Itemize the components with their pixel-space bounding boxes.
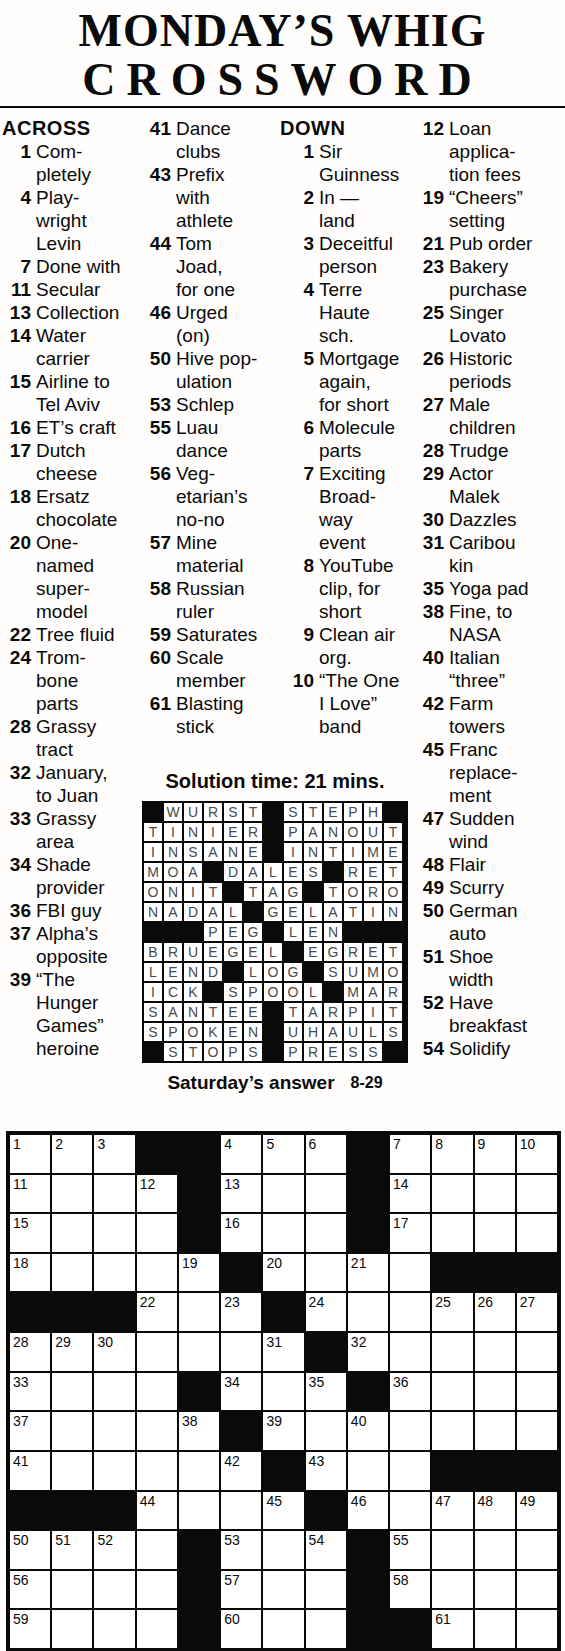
cell-r5c11[interactable]: 25 xyxy=(431,1292,473,1332)
cell-r1c7[interactable]: 5 xyxy=(262,1134,304,1174)
down-clue-42-text: Farm towers xyxy=(449,692,505,738)
cell-r1c4 xyxy=(136,1134,178,1174)
solution-cell-r7c13 xyxy=(384,923,402,941)
solution-cell-r3c13: E xyxy=(384,843,402,861)
solution-cell-r8c2: R xyxy=(164,943,182,961)
cell-r5c13[interactable]: 27 xyxy=(516,1292,558,1332)
across-clue-18-text: Ersatz chocolate xyxy=(36,485,117,531)
across-clue-60-number: 60 xyxy=(140,646,176,692)
solution-cell-r3c6: E xyxy=(244,843,262,861)
down-clue-23: 23Bakery purchase xyxy=(412,255,564,301)
cell-r2c12[interactable] xyxy=(474,1174,516,1214)
down-clue-52-text: Have breakfast xyxy=(449,991,527,1037)
cell-r11c7[interactable] xyxy=(262,1530,304,1570)
across-clue-7: 7Done with xyxy=(2,255,136,278)
down-clue-10-text: “The One I Love” band xyxy=(319,669,399,738)
cell-r7c11[interactable] xyxy=(431,1372,473,1412)
across-clue-41-number: 41 xyxy=(140,117,176,163)
answer-date: 8-29 xyxy=(351,1074,383,1091)
across-clue-28-number: 28 xyxy=(2,715,36,761)
cell-r6c9[interactable]: 32 xyxy=(347,1332,389,1372)
solution-cell-r10c4 xyxy=(204,983,222,1001)
cell-r6c12[interactable] xyxy=(474,1332,516,1372)
across-clue-14-number: 14 xyxy=(2,324,36,370)
solution-cell-r1c10: E xyxy=(324,803,342,821)
down-clue-1-text: Sir Guinness xyxy=(319,140,399,186)
cell-r4c10[interactable] xyxy=(389,1253,431,1293)
cell-r8c7[interactable]: 39 xyxy=(262,1411,304,1451)
across-clue-53-text: Schlep xyxy=(176,393,234,416)
across-clue-46: 46Urged (on) xyxy=(140,301,270,347)
cell-r7c7[interactable] xyxy=(262,1372,304,1412)
cell-r10c13[interactable]: 49 xyxy=(516,1491,558,1531)
cell-r11c6[interactable]: 53 xyxy=(220,1530,262,1570)
solution-cell-r2c6: R xyxy=(244,823,262,841)
across-clue-56-text: Veg- etarian’s no-no xyxy=(176,462,247,531)
cell-r4c6 xyxy=(220,1253,262,1293)
cell-r11c13[interactable] xyxy=(516,1530,558,1570)
cell-r11c9 xyxy=(347,1530,389,1570)
cell-r1c1[interactable]: 1 xyxy=(9,1134,51,1174)
cell-number-39: 39 xyxy=(266,1413,282,1429)
across-clue-36-number: 36 xyxy=(2,899,36,922)
across-clue-59: 59Saturates xyxy=(140,623,270,646)
solution-cell-r5c5 xyxy=(224,883,242,901)
cell-r12c5 xyxy=(178,1570,220,1610)
cell-r4c1[interactable]: 18 xyxy=(9,1253,51,1293)
across-clue-4-text: Play- wright Levin xyxy=(36,186,87,255)
cell-r10c4[interactable]: 44 xyxy=(136,1491,178,1531)
across-clue-37-number: 37 xyxy=(2,922,36,968)
cell-r8c8[interactable] xyxy=(305,1411,347,1451)
cell-r2c8[interactable] xyxy=(305,1174,347,1214)
cell-r8c3[interactable] xyxy=(93,1411,135,1451)
cell-number-5: 5 xyxy=(266,1136,274,1152)
cell-r10c2 xyxy=(51,1491,93,1531)
across-clue-18: 18Ersatz chocolate xyxy=(2,485,136,531)
cell-r11c10[interactable]: 55 xyxy=(389,1530,431,1570)
cell-r12c7[interactable] xyxy=(262,1570,304,1610)
cell-number-2: 2 xyxy=(55,1136,63,1152)
solution-cell-r5c10: T xyxy=(324,883,342,901)
cell-number-28: 28 xyxy=(13,1334,29,1350)
cell-r12c4[interactable] xyxy=(136,1570,178,1610)
cell-r10c3 xyxy=(93,1491,135,1531)
solution-cell-r6c13: N xyxy=(384,903,402,921)
cell-r8c10[interactable] xyxy=(389,1411,431,1451)
cell-number-55: 55 xyxy=(393,1532,409,1548)
solution-cell-r13c13 xyxy=(384,1043,402,1061)
solution-cell-r9c1: L xyxy=(144,963,162,981)
cell-r3c4[interactable] xyxy=(136,1213,178,1253)
solution-cell-r1c4: R xyxy=(204,803,222,821)
cell-r9c6[interactable]: 42 xyxy=(220,1451,262,1491)
cell-r6c4[interactable] xyxy=(136,1332,178,1372)
cell-r9c8[interactable]: 43 xyxy=(305,1451,347,1491)
cell-r12c6[interactable]: 57 xyxy=(220,1570,262,1610)
solution-cell-r3c1: I xyxy=(144,843,162,861)
cell-r6c3[interactable]: 30 xyxy=(93,1332,135,1372)
cell-r7c12[interactable] xyxy=(474,1372,516,1412)
cell-r8c2[interactable] xyxy=(51,1411,93,1451)
across-clue-43: 43Prefix with athlete xyxy=(140,163,270,232)
cell-number-14: 14 xyxy=(393,1176,409,1192)
solution-cell-r1c12: H xyxy=(364,803,382,821)
across-clue-56-number: 56 xyxy=(140,462,176,531)
solution-cell-r11c11: P xyxy=(344,1003,362,1021)
cell-r4c4[interactable] xyxy=(136,1253,178,1293)
cell-r2c11[interactable] xyxy=(431,1174,473,1214)
cell-r10c11[interactable]: 47 xyxy=(431,1491,473,1531)
down-clue-38-number: 38 xyxy=(412,600,449,646)
solution-cell-r1c7 xyxy=(264,803,282,821)
cell-r13c13[interactable] xyxy=(516,1609,558,1649)
cell-r13c3[interactable] xyxy=(93,1609,135,1649)
cell-r9c4[interactable] xyxy=(136,1451,178,1491)
cell-r12c1[interactable]: 56 xyxy=(9,1570,51,1610)
cell-r4c5[interactable]: 19 xyxy=(178,1253,220,1293)
down-clue-2-number: 2 xyxy=(280,186,319,232)
solution-cell-r11c3: N xyxy=(184,1003,202,1021)
cell-r10c1 xyxy=(9,1491,51,1531)
cell-r11c12[interactable] xyxy=(474,1530,516,1570)
cell-r7c1[interactable]: 33 xyxy=(9,1372,51,1412)
cell-r8c13[interactable] xyxy=(516,1411,558,1451)
solution-cell-r10c6: P xyxy=(244,983,262,1001)
solution-cell-r6c9: L xyxy=(304,903,322,921)
cell-r8c12[interactable] xyxy=(474,1411,516,1451)
solution-cell-r13c7 xyxy=(264,1043,282,1061)
solution-cell-r11c6: E xyxy=(244,1003,262,1021)
across-clue-36-text: FBI guy xyxy=(36,899,101,922)
cell-r13c10 xyxy=(389,1609,431,1649)
cell-r3c12[interactable] xyxy=(474,1213,516,1253)
cell-r6c1[interactable]: 28 xyxy=(9,1332,51,1372)
across-clue-44-text: Tom Joad, for one xyxy=(176,232,235,301)
cell-r6c7[interactable]: 31 xyxy=(262,1332,304,1372)
cell-r9c13 xyxy=(516,1451,558,1491)
cell-r6c13[interactable] xyxy=(516,1332,558,1372)
solution-cell-r7c2 xyxy=(164,923,182,941)
solution-cell-r4c6: A xyxy=(244,863,262,881)
cell-r9c12 xyxy=(474,1451,516,1491)
across-clue-61-text: Blasting stick xyxy=(176,692,244,738)
cell-r10c12[interactable]: 48 xyxy=(474,1491,516,1531)
across-header: ACROSS xyxy=(2,117,136,140)
cell-r9c3[interactable] xyxy=(93,1451,135,1491)
cell-r1c8[interactable]: 6 xyxy=(305,1134,347,1174)
cell-r10c6[interactable] xyxy=(220,1491,262,1531)
cell-r13c12[interactable] xyxy=(474,1609,516,1649)
solution-cell-r6c2: A xyxy=(164,903,182,921)
cell-number-59: 59 xyxy=(13,1611,29,1627)
cell-r7c2[interactable] xyxy=(51,1372,93,1412)
cell-r12c8[interactable] xyxy=(305,1570,347,1610)
solution-cell-r12c9: H xyxy=(304,1023,322,1041)
cell-r2c6[interactable]: 13 xyxy=(220,1174,262,1214)
cell-r5c7 xyxy=(262,1292,304,1332)
cell-r13c2[interactable] xyxy=(51,1609,93,1649)
cell-number-57: 57 xyxy=(224,1572,240,1588)
across-clue-34: 34Shade provider xyxy=(2,853,136,899)
down-clue-12: 12Loan applica- tion fees xyxy=(412,117,564,186)
cell-r5c8[interactable]: 24 xyxy=(305,1292,347,1332)
solution-cell-r5c6: T xyxy=(244,883,262,901)
down-clue-31: 31Caribou kin xyxy=(412,531,564,577)
down-clue-47-text: Sudden wind xyxy=(449,807,515,853)
cell-r9c7 xyxy=(262,1451,304,1491)
cell-r8c11[interactable] xyxy=(431,1411,473,1451)
solution-cell-r12c5: E xyxy=(224,1023,242,1041)
solution-cell-r8c8 xyxy=(284,943,302,961)
cell-r10c7[interactable]: 45 xyxy=(262,1491,304,1531)
cell-r4c2[interactable] xyxy=(51,1253,93,1293)
cell-r6c11[interactable] xyxy=(431,1332,473,1372)
saturday-answer-grid: WURSTSTEPHTINIERPANOUTINSANEINTIMEMOADAL… xyxy=(142,801,408,1063)
solution-cell-r12c13: S xyxy=(384,1023,402,1041)
cell-r3c6[interactable]: 16 xyxy=(220,1213,262,1253)
solution-cell-r3c11: I xyxy=(344,843,362,861)
cell-r11c8[interactable]: 54 xyxy=(305,1530,347,1570)
cell-number-18: 18 xyxy=(13,1255,29,1271)
down-clues-part2: 12Loan applica- tion fees19“Cheers” sett… xyxy=(412,117,564,1060)
cell-r10c10[interactable] xyxy=(389,1491,431,1531)
across-clues-part2: 41Dance clubs43Prefix with athlete44Tom … xyxy=(140,117,270,738)
solution-cell-r2c3: N xyxy=(184,823,202,841)
across-clue-14-text: Water carrier xyxy=(36,324,90,370)
across-clue-22: 22Tree fluid xyxy=(2,623,136,646)
clue-column-1: ACROSS 1Com- pletely4Play- wright Levin7… xyxy=(2,117,136,1060)
solution-cell-r13c2: S xyxy=(164,1043,182,1061)
across-clue-60: 60Scale member xyxy=(140,646,270,692)
down-clue-21-number: 21 xyxy=(412,232,449,255)
down-clue-25-text: Singer Lovato xyxy=(449,301,506,347)
solution-cell-r2c9: A xyxy=(304,823,322,841)
cell-r6c6[interactable] xyxy=(220,1332,262,1372)
down-clue-45-text: Franc replace- ment xyxy=(449,738,518,807)
cell-r9c5[interactable] xyxy=(178,1451,220,1491)
down-clue-3-number: 3 xyxy=(280,232,319,278)
cell-r2c4[interactable]: 12 xyxy=(136,1174,178,1214)
cell-r13c1[interactable]: 59 xyxy=(9,1609,51,1649)
cell-r4c3[interactable] xyxy=(93,1253,135,1293)
down-clue-51: 51Shoe width xyxy=(412,945,564,991)
cell-r9c9[interactable] xyxy=(347,1451,389,1491)
cell-r8c1[interactable]: 37 xyxy=(9,1411,51,1451)
cell-r13c7[interactable] xyxy=(262,1609,304,1649)
solution-cell-r4c7: L xyxy=(264,863,282,881)
cell-r12c11[interactable] xyxy=(431,1570,473,1610)
cell-r6c10[interactable] xyxy=(389,1332,431,1372)
cell-r3c1[interactable]: 15 xyxy=(9,1213,51,1253)
cell-r3c13[interactable] xyxy=(516,1213,558,1253)
cell-r5c1 xyxy=(9,1292,51,1332)
cell-r13c6[interactable]: 60 xyxy=(220,1609,262,1649)
cell-r11c11[interactable] xyxy=(431,1530,473,1570)
down-clue-1-number: 1 xyxy=(280,140,319,186)
cell-r4c9[interactable]: 21 xyxy=(347,1253,389,1293)
across-clues-part1: 1Com- pletely4Play- wright Levin7Done wi… xyxy=(2,140,136,1060)
cell-r1c6[interactable]: 4 xyxy=(220,1134,262,1174)
cell-number-36: 36 xyxy=(393,1374,409,1390)
down-clue-23-number: 23 xyxy=(412,255,449,301)
cell-r3c11[interactable] xyxy=(431,1213,473,1253)
solution-cell-r9c3: N xyxy=(184,963,202,981)
across-clue-11-number: 11 xyxy=(2,278,36,301)
solution-cell-r5c9 xyxy=(304,883,322,901)
cell-r12c10[interactable]: 58 xyxy=(389,1570,431,1610)
cell-r1c13[interactable]: 10 xyxy=(516,1134,558,1174)
cell-r5c6[interactable]: 23 xyxy=(220,1292,262,1332)
cell-r3c8[interactable] xyxy=(305,1213,347,1253)
cell-number-9: 9 xyxy=(478,1136,486,1152)
across-clue-50-number: 50 xyxy=(140,347,176,393)
cell-r8c5[interactable]: 38 xyxy=(178,1411,220,1451)
solution-cell-r4c12: E xyxy=(364,863,382,881)
cell-number-27: 27 xyxy=(520,1294,536,1310)
down-clue-51-number: 51 xyxy=(412,945,449,991)
cell-number-11: 11 xyxy=(13,1176,28,1192)
down-clue-28: 28Trudge xyxy=(412,439,564,462)
solution-cell-r4c1: M xyxy=(144,863,162,881)
across-clue-17: 17Dutch cheese xyxy=(2,439,136,485)
down-clue-29: 29Actor Malek xyxy=(412,462,564,508)
cell-number-26: 26 xyxy=(478,1294,494,1310)
cell-r7c6[interactable]: 34 xyxy=(220,1372,262,1412)
cell-r12c13[interactable] xyxy=(516,1570,558,1610)
cell-r3c10[interactable]: 17 xyxy=(389,1213,431,1253)
cell-r11c3[interactable]: 52 xyxy=(93,1530,135,1570)
cell-r12c3[interactable] xyxy=(93,1570,135,1610)
cell-r3c3[interactable] xyxy=(93,1213,135,1253)
cell-r1c3[interactable]: 3 xyxy=(93,1134,135,1174)
down-clue-3: 3Deceitful person xyxy=(280,232,406,278)
across-clue-41: 41Dance clubs xyxy=(140,117,270,163)
down-clue-21-text: Pub order xyxy=(449,232,532,255)
down-clue-35-text: Yoga pad xyxy=(449,577,529,600)
cell-number-3: 3 xyxy=(97,1136,105,1152)
cell-r4c8[interactable] xyxy=(305,1253,347,1293)
solution-cell-r12c8: U xyxy=(284,1023,302,1041)
cell-r7c4[interactable] xyxy=(136,1372,178,1412)
solution-cell-r5c4: T xyxy=(204,883,222,901)
down-clue-47-number: 47 xyxy=(412,807,449,853)
cell-r11c2[interactable]: 51 xyxy=(51,1530,93,1570)
across-clue-36: 36FBI guy xyxy=(2,899,136,922)
solution-cell-r8c11: R xyxy=(344,943,362,961)
cell-r8c9[interactable]: 40 xyxy=(347,1411,389,1451)
cell-r2c3[interactable] xyxy=(93,1174,135,1214)
cell-r7c13[interactable] xyxy=(516,1372,558,1412)
cell-r8c4[interactable] xyxy=(136,1411,178,1451)
solution-cell-r4c8: E xyxy=(284,863,302,881)
down-clue-2-text: In — land xyxy=(319,186,359,232)
cell-r9c2[interactable] xyxy=(51,1451,93,1491)
cell-r2c10[interactable]: 14 xyxy=(389,1174,431,1214)
cell-r5c3 xyxy=(93,1292,135,1332)
cell-r3c2[interactable] xyxy=(51,1213,93,1253)
across-clue-59-text: Saturates xyxy=(176,623,257,646)
cell-r4c7[interactable]: 20 xyxy=(262,1253,304,1293)
cell-number-60: 60 xyxy=(224,1611,240,1627)
cell-r12c2[interactable] xyxy=(51,1570,93,1610)
cell-r5c5[interactable] xyxy=(178,1292,220,1332)
across-clue-4-number: 4 xyxy=(2,186,36,255)
solution-cell-r9c9 xyxy=(304,963,322,981)
down-clue-42-number: 42 xyxy=(412,692,449,738)
down-clue-7-text: Exciting Broad- way event xyxy=(319,462,386,554)
solution-cell-r9c12: M xyxy=(364,963,382,981)
cell-r9c1[interactable]: 41 xyxy=(9,1451,51,1491)
down-clue-50-text: German auto xyxy=(449,899,518,945)
solution-cell-r12c10: A xyxy=(324,1023,342,1041)
solution-cell-r4c2: O xyxy=(164,863,182,881)
cell-r1c10[interactable]: 7 xyxy=(389,1134,431,1174)
cell-r13c8[interactable] xyxy=(305,1609,347,1649)
cell-r7c10[interactable]: 36 xyxy=(389,1372,431,1412)
across-clue-28: 28Grassy tract xyxy=(2,715,136,761)
across-clue-55: 55Luau dance xyxy=(140,416,270,462)
down-clue-5: 5Mortgage again, for short xyxy=(280,347,406,416)
cell-r13c4[interactable] xyxy=(136,1609,178,1649)
cell-r2c2[interactable] xyxy=(51,1174,93,1214)
solution-cell-r3c3: S xyxy=(184,843,202,861)
cell-number-4: 4 xyxy=(224,1136,232,1152)
solution-cell-r8c3: U xyxy=(184,943,202,961)
cell-r5c4[interactable]: 22 xyxy=(136,1292,178,1332)
cell-r1c11[interactable]: 8 xyxy=(431,1134,473,1174)
solution-cell-r5c13: O xyxy=(384,883,402,901)
down-clue-48-text: Flair xyxy=(449,853,486,876)
down-clue-2: 2In — land xyxy=(280,186,406,232)
cell-number-52: 52 xyxy=(97,1532,113,1548)
solution-cell-r12c6: N xyxy=(244,1023,262,1041)
cell-r1c12[interactable]: 9 xyxy=(474,1134,516,1174)
cell-r11c1[interactable]: 50 xyxy=(9,1530,51,1570)
across-clue-34-number: 34 xyxy=(2,853,36,899)
cell-r3c7[interactable] xyxy=(262,1213,304,1253)
clue-column-2: 41Dance clubs43Prefix with athlete44Tom … xyxy=(140,117,270,738)
cell-r2c13[interactable] xyxy=(516,1174,558,1214)
solution-cell-r3c12: M xyxy=(364,843,382,861)
cell-r10c5[interactable] xyxy=(178,1491,220,1531)
down-clue-8-text: YouTube clip, for short xyxy=(319,554,394,623)
down-clue-30: 30Dazzles xyxy=(412,508,564,531)
cell-r7c3[interactable] xyxy=(93,1372,135,1412)
cell-r2c1[interactable]: 11 xyxy=(9,1174,51,1214)
solution-cell-r13c3: T xyxy=(184,1043,202,1061)
cell-r6c2[interactable]: 29 xyxy=(51,1332,93,1372)
cell-r6c5[interactable] xyxy=(178,1332,220,1372)
cell-r9c10[interactable] xyxy=(389,1451,431,1491)
cell-r13c11[interactable]: 61 xyxy=(431,1609,473,1649)
cell-r12c12[interactable] xyxy=(474,1570,516,1610)
cell-r2c7[interactable] xyxy=(262,1174,304,1214)
cell-r7c8[interactable]: 35 xyxy=(305,1372,347,1412)
cell-number-50: 50 xyxy=(13,1532,29,1548)
cell-r5c9[interactable] xyxy=(347,1292,389,1332)
cell-r1c2[interactable]: 2 xyxy=(51,1134,93,1174)
across-clue-44-number: 44 xyxy=(140,232,176,301)
cell-r10c9[interactable]: 46 xyxy=(347,1491,389,1531)
cell-r5c12[interactable]: 26 xyxy=(474,1292,516,1332)
cell-r5c10[interactable] xyxy=(389,1292,431,1332)
down-clue-6-number: 6 xyxy=(280,416,319,462)
cell-r11c4[interactable] xyxy=(136,1530,178,1570)
across-clue-14: 14Water carrier xyxy=(2,324,136,370)
down-clue-29-number: 29 xyxy=(412,462,449,508)
down-clue-49: 49Scurry xyxy=(412,876,564,899)
